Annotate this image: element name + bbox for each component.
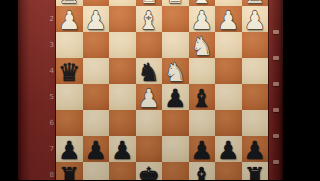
piece-black-queen-h4[interactable]: ♛ xyxy=(58,60,80,85)
square-h2[interactable]: ♟ xyxy=(56,6,83,32)
square-b8[interactable] xyxy=(215,162,242,180)
square-a2[interactable]: ♟ xyxy=(242,6,269,32)
square-h6[interactable] xyxy=(56,110,83,136)
square-g6[interactable] xyxy=(83,110,110,136)
square-f3[interactable] xyxy=(109,32,136,58)
square-f8[interactable] xyxy=(109,162,136,180)
square-e2[interactable]: ♝ xyxy=(136,6,163,32)
piece-white-pawn-h2[interactable]: ♟ xyxy=(58,8,80,33)
frame-notch-icon xyxy=(273,134,279,138)
square-e4[interactable]: ♞ xyxy=(136,58,163,84)
frame-notch-icon xyxy=(273,160,279,164)
square-c2[interactable]: ♟ xyxy=(189,6,216,32)
piece-black-pawn-f7[interactable]: ♟ xyxy=(111,138,133,163)
square-b7[interactable]: ♟ xyxy=(215,136,242,162)
square-c6[interactable] xyxy=(189,110,216,136)
piece-white-bishop-e2[interactable]: ♝ xyxy=(138,8,160,33)
piece-black-pawn-g7[interactable]: ♟ xyxy=(85,138,107,163)
piece-black-king-e8[interactable]: ♚ xyxy=(138,164,160,181)
frame-notch-icon xyxy=(273,56,279,60)
piece-white-pawn-c2[interactable]: ♟ xyxy=(191,8,213,33)
square-b4[interactable] xyxy=(215,58,242,84)
square-h7[interactable]: ♟ xyxy=(56,136,83,162)
piece-black-pawn-a7[interactable]: ♟ xyxy=(244,138,266,163)
piece-black-pawn-c7[interactable]: ♟ xyxy=(191,138,213,163)
piece-white-knight-d4[interactable]: ♞ xyxy=(164,60,186,85)
square-c7[interactable]: ♟ xyxy=(189,136,216,162)
square-a8[interactable]: ♜ xyxy=(242,162,269,180)
rank-label-3: 3 xyxy=(42,41,54,49)
square-a7[interactable]: ♟ xyxy=(242,136,269,162)
piece-white-knight-c3[interactable]: ♞ xyxy=(191,34,213,59)
square-b2[interactable]: ♟ xyxy=(215,6,242,32)
piece-black-rook-h8[interactable]: ♜ xyxy=(58,164,80,181)
square-e7[interactable] xyxy=(136,136,163,162)
piece-black-knight-e4[interactable]: ♞ xyxy=(138,60,160,85)
square-g3[interactable] xyxy=(83,32,110,58)
square-h4[interactable]: ♛ xyxy=(56,58,83,84)
frame-notch-icon xyxy=(273,82,279,86)
square-g2[interactable]: ♟ xyxy=(83,6,110,32)
square-b3[interactable] xyxy=(215,32,242,58)
square-a4[interactable] xyxy=(242,58,269,84)
square-a3[interactable] xyxy=(242,32,269,58)
square-e8[interactable]: ♚ xyxy=(136,162,163,180)
square-g4[interactable] xyxy=(83,58,110,84)
square-c3[interactable]: ♞ xyxy=(189,32,216,58)
square-d5[interactable]: ♟ xyxy=(162,84,189,110)
square-b6[interactable] xyxy=(215,110,242,136)
square-h8[interactable]: ♜ xyxy=(56,162,83,180)
square-c5[interactable]: ♝ xyxy=(189,84,216,110)
square-a6[interactable] xyxy=(242,110,269,136)
square-d8[interactable] xyxy=(162,162,189,180)
rank-label-6: 6 xyxy=(42,119,54,127)
piece-black-bishop-c5[interactable]: ♝ xyxy=(191,86,213,111)
square-h3[interactable] xyxy=(56,32,83,58)
square-c4[interactable] xyxy=(189,58,216,84)
square-f2[interactable] xyxy=(109,6,136,32)
piece-black-rook-a8[interactable]: ♜ xyxy=(244,164,266,181)
piece-black-pawn-d5[interactable]: ♟ xyxy=(164,86,186,111)
square-e5[interactable]: ♟ xyxy=(136,84,163,110)
frame-notch-icon xyxy=(273,30,279,34)
square-d4[interactable]: ♞ xyxy=(162,58,189,84)
square-d3[interactable] xyxy=(162,32,189,58)
square-a5[interactable] xyxy=(242,84,269,110)
square-b5[interactable] xyxy=(215,84,242,110)
piece-white-pawn-e5[interactable]: ♟ xyxy=(138,86,160,111)
square-f4[interactable] xyxy=(109,58,136,84)
piece-black-bishop-c8[interactable]: ♝ xyxy=(191,164,213,181)
rank-label-2: 2 xyxy=(42,15,54,23)
rank-label-4: 4 xyxy=(42,67,54,75)
square-f7[interactable]: ♟ xyxy=(109,136,136,162)
square-c8[interactable]: ♝ xyxy=(189,162,216,180)
square-g5[interactable] xyxy=(83,84,110,110)
square-e6[interactable] xyxy=(136,110,163,136)
piece-white-pawn-b2[interactable]: ♟ xyxy=(217,8,239,33)
piece-black-pawn-h7[interactable]: ♟ xyxy=(58,138,80,163)
square-g8[interactable] xyxy=(83,162,110,180)
square-g7[interactable]: ♟ xyxy=(83,136,110,162)
piece-black-pawn-b7[interactable]: ♟ xyxy=(217,138,239,163)
square-d7[interactable] xyxy=(162,136,189,162)
chess-board-view: ♜♚♛♝♜♟♟♝♟♟♟♞♛♞♞♟♟♝♟♟♟♟♟♟♜♚♝♜ 2345678 xyxy=(0,0,320,180)
square-f5[interactable] xyxy=(109,84,136,110)
square-d6[interactable] xyxy=(162,110,189,136)
square-h5[interactable] xyxy=(56,84,83,110)
square-f6[interactable] xyxy=(109,110,136,136)
board: ♜♚♛♝♜♟♟♝♟♟♟♞♛♞♞♟♟♝♟♟♟♟♟♟♜♚♝♜ xyxy=(56,0,268,180)
rank-label-5: 5 xyxy=(42,93,54,101)
square-d2[interactable] xyxy=(162,6,189,32)
frame-notch-icon xyxy=(273,108,279,112)
piece-white-pawn-a2[interactable]: ♟ xyxy=(244,8,266,33)
piece-white-pawn-g2[interactable]: ♟ xyxy=(85,8,107,33)
square-e3[interactable] xyxy=(136,32,163,58)
rank-label-7: 7 xyxy=(42,145,54,153)
rank-label-8: 8 xyxy=(42,171,54,179)
